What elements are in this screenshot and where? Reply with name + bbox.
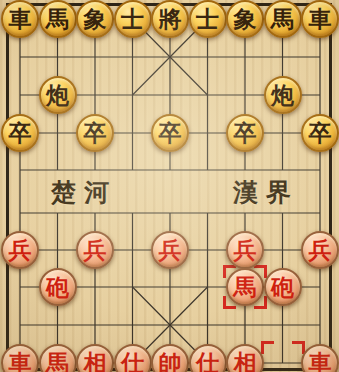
piece-black-advisor[interactable]: 士 [189,0,227,38]
piece-black-soldier[interactable]: 卒 [301,114,339,152]
piece-red-cannon[interactable]: 砲 [264,268,302,306]
piece-black-soldier[interactable]: 卒 [76,114,114,152]
piece-black-horse[interactable]: 馬 [264,0,302,38]
piece-black-horse[interactable]: 馬 [39,0,77,38]
piece-black-cannon[interactable]: 炮 [264,76,302,114]
piece-black-elephant[interactable]: 象 [76,0,114,38]
river-label-chu-he: 楚河 [51,176,117,209]
piece-red-advisor[interactable]: 仕 [189,344,227,372]
piece-black-chariot[interactable]: 車 [301,0,339,38]
piece-black-soldier[interactable]: 卒 [226,114,264,152]
piece-black-general[interactable]: 將 [151,0,189,38]
piece-red-cannon[interactable]: 砲 [39,268,77,306]
piece-red-soldier[interactable]: 兵 [151,231,189,269]
piece-black-advisor[interactable]: 士 [114,0,152,38]
piece-black-elephant[interactable]: 象 [226,0,264,38]
piece-red-soldier[interactable]: 兵 [1,231,39,269]
piece-red-advisor[interactable]: 仕 [114,344,152,372]
piece-red-soldier[interactable]: 兵 [226,231,264,269]
river-label-han-jie: 漢界 [233,176,299,209]
xiangqi-board[interactable]: 楚河 漢界 車馬象士將士象馬車炮炮卒卒卒卒卒兵兵兵兵兵砲馬砲車馬相仕帥仕相車 [0,0,339,372]
piece-black-soldier[interactable]: 卒 [151,114,189,152]
piece-black-soldier[interactable]: 卒 [1,114,39,152]
piece-red-soldier[interactable]: 兵 [301,231,339,269]
piece-red-soldier[interactable]: 兵 [76,231,114,269]
piece-red-horse[interactable]: 馬 [39,344,77,372]
piece-red-horse[interactable]: 馬 [226,268,264,306]
piece-black-chariot[interactable]: 車 [1,0,39,38]
piece-black-cannon[interactable]: 炮 [39,76,77,114]
